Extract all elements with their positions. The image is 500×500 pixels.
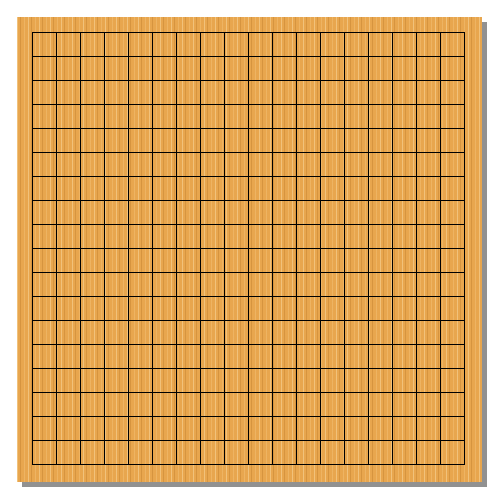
go-board[interactable]	[17, 17, 482, 482]
go-board-screenshot	[0, 0, 500, 500]
board-intersections	[20, 20, 476, 476]
